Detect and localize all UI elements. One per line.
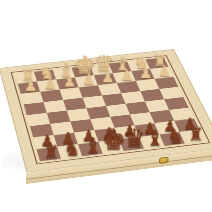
chess-board: ♜♞♝♚♛♝♞♜♟♟♟♟♟♟♟♟♟♟♟♟♟♟♟♟♜♞♝♚♛♝♞♜ [0, 49, 212, 173]
square-c4 [121, 91, 145, 104]
brass-clasp [159, 157, 168, 164]
piece-white-pawn: ♟ [139, 66, 152, 81]
board-squares: ♜♞♝♚♛♝♞♜♟♟♟♟♟♟♟♟♟♟♟♟♟♟♟♟♜♞♝♚♛♝♞♜ [15, 58, 205, 162]
square-h4 [24, 102, 47, 115]
piece-black-bishop: ♝ [83, 135, 102, 156]
square-a4 [159, 87, 183, 99]
piece-black-rook: ♜ [188, 126, 204, 144]
piece-black-knight: ♞ [167, 127, 184, 146]
square-a5 [164, 97, 188, 110]
piece-white-pawn: ♟ [82, 73, 95, 88]
piece-black-rook: ♜ [43, 143, 59, 161]
product-photo-scene: ♜♞♝♚♛♝♞♜♟♟♟♟♟♟♟♟♟♟♟♟♟♟♟♟♜♞♝♚♛♝♞♜ [0, 0, 212, 212]
piece-white-pawn: ♟ [44, 77, 57, 92]
piece-white-pawn: ♟ [158, 64, 171, 78]
piece-black-bishop: ♝ [145, 127, 164, 148]
piece-black-king: ♚ [101, 126, 126, 154]
piece-black-knight: ♞ [63, 139, 80, 158]
piece-white-pawn: ♟ [63, 75, 76, 90]
square-c5 [126, 101, 150, 114]
piece-white-pawn: ♟ [101, 71, 114, 86]
piece-white-pawn: ♟ [120, 68, 133, 83]
piece-white-pawn: ♟ [24, 79, 37, 94]
board-pinstripe-border: ♜♞♝♚♛♝♞♜♟♟♟♟♟♟♟♟♟♟♟♟♟♟♟♟♜♞♝♚♛♝♞♜ [11, 55, 211, 164]
piece-black-queen: ♛ [123, 126, 146, 151]
